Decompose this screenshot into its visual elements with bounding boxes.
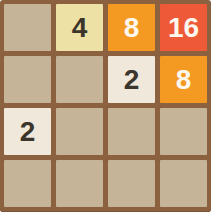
- tile-2-r3c1: 2: [4, 108, 51, 155]
- tile-8-r1c3: 8: [108, 4, 155, 51]
- empty-cell-r2c1: [4, 56, 51, 103]
- empty-cell-r2c2: [56, 56, 103, 103]
- empty-cell-r4c3: [108, 160, 155, 207]
- tile-16-r1c4: 16: [160, 4, 207, 51]
- empty-cell-r1c1: [4, 4, 51, 51]
- tile-8-r2c4: 8: [160, 56, 207, 103]
- empty-cell-r4c2: [56, 160, 103, 207]
- empty-cell-r3c3: [108, 108, 155, 155]
- empty-cell-r4c4: [160, 160, 207, 207]
- empty-cell-r3c4: [160, 108, 207, 155]
- 2048-board[interactable]: 4816282: [0, 0, 211, 212]
- empty-cell-r3c2: [56, 108, 103, 155]
- tile-4-r1c2: 4: [56, 4, 103, 51]
- empty-cell-r4c1: [4, 160, 51, 207]
- tile-2-r2c3: 2: [108, 56, 155, 103]
